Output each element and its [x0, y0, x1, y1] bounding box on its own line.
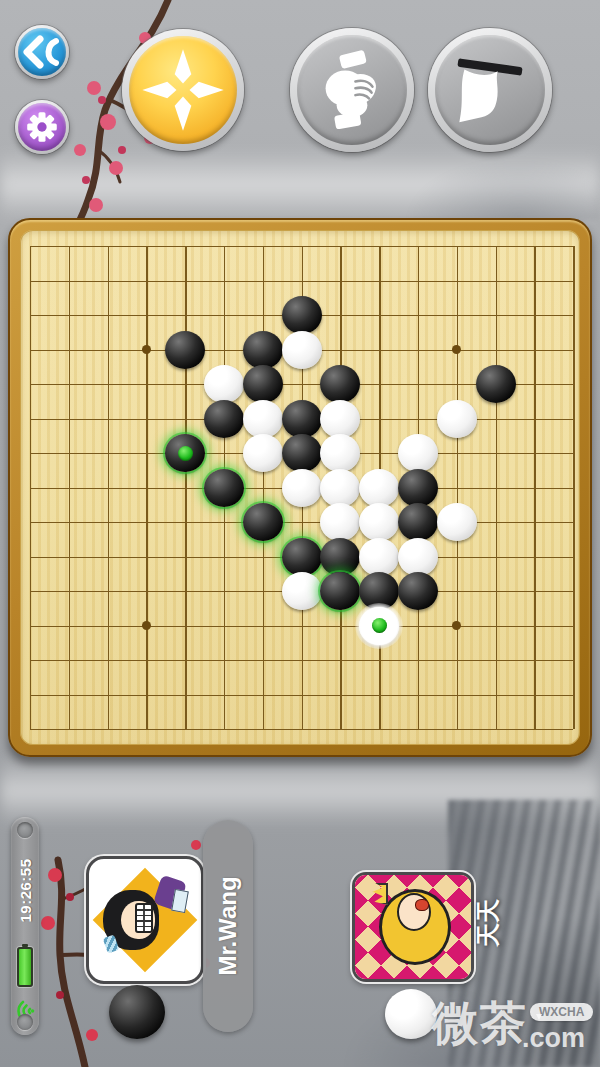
stone-white: [398, 538, 438, 576]
stone-white: [282, 469, 322, 507]
player1-avatar-art: [95, 870, 195, 970]
stone-black: [398, 572, 438, 610]
grid-line-vertical: [263, 246, 264, 729]
stone-white: [437, 400, 477, 438]
stone-white: [243, 434, 283, 472]
player2-name-wrap: 天天: [466, 895, 510, 951]
stone-black: [320, 365, 360, 403]
handshake-icon: [297, 35, 407, 145]
gear-icon: [18, 103, 66, 151]
settings-button[interactable]: [15, 100, 69, 154]
stone-black: [398, 469, 438, 507]
avatar-crown: [371, 883, 388, 905]
stone-black: [204, 400, 244, 438]
grid-line-vertical: [108, 246, 109, 729]
star-point: [452, 345, 461, 354]
watermark: 微茶 WXCHA .com: [430, 993, 600, 1059]
avatar-grin: [135, 903, 153, 933]
stone-white: [359, 469, 399, 507]
stone-white: [282, 331, 322, 369]
stone-white: [320, 434, 360, 472]
stone-white: [320, 469, 360, 507]
grid-line-horizontal: [30, 729, 573, 730]
watermark-badge: WXCHA: [530, 1003, 593, 1021]
last-move-marker: [178, 446, 193, 461]
player2-name: 天天: [472, 899, 504, 947]
grid-line-vertical: [69, 246, 70, 729]
clock: 19:26:55: [17, 858, 34, 922]
grid-line-vertical: [185, 246, 186, 729]
stone-black: [165, 434, 205, 472]
stone-white: [359, 503, 399, 541]
bar-hole-top: [17, 822, 33, 838]
stone-black: [204, 469, 244, 507]
stone-white: [243, 400, 283, 438]
stone-black: [320, 538, 360, 576]
player2-avatar[interactable]: [352, 872, 474, 982]
last-move-marker: [372, 618, 387, 633]
star-point: [142, 621, 151, 630]
star-point: [142, 345, 151, 354]
stone-black: [282, 296, 322, 334]
action-pad-button[interactable]: [122, 29, 244, 151]
grid-line-vertical: [30, 246, 31, 729]
resign-button[interactable]: [428, 28, 552, 152]
stone-white: [359, 607, 399, 645]
stone-white: [282, 572, 322, 610]
avatar-lips: [415, 899, 429, 911]
four-petal-cross-icon: [129, 36, 237, 144]
stone-black: [243, 331, 283, 369]
stone-white: [398, 434, 438, 472]
grid-line-vertical: [146, 246, 147, 729]
watermark-brand: 微茶: [432, 993, 528, 1055]
stone-black: [165, 331, 205, 369]
star-point: [452, 621, 461, 630]
stone-black: [320, 572, 360, 610]
board[interactable]: [8, 218, 592, 757]
player1-name: Mr.Wang: [214, 876, 242, 975]
draw-offer-button[interactable]: [290, 28, 414, 152]
grid-line-vertical: [457, 246, 458, 729]
watermark-suffix: .com: [522, 1023, 585, 1054]
status-bar: 19:26:55: [11, 817, 39, 1035]
stone-black: [398, 503, 438, 541]
grid-line-vertical: [496, 246, 497, 729]
stone-white: [320, 400, 360, 438]
stone-black: [243, 365, 283, 403]
stone-black: [243, 503, 283, 541]
avatar-face: [397, 893, 431, 931]
bar-hole-bottom: [17, 1014, 33, 1030]
board-grid: [10, 220, 590, 755]
stone-white: [320, 503, 360, 541]
stone-white: [204, 365, 244, 403]
stone-black: [282, 400, 322, 438]
grid-line-vertical: [573, 246, 574, 729]
grid-line-vertical: [534, 246, 535, 729]
player1-avatar[interactable]: [86, 856, 204, 984]
battery-icon: [17, 947, 33, 987]
screen: { "game": "gomoku", "board": { "size": 1…: [0, 0, 600, 1067]
stone-black: [282, 434, 322, 472]
stone-black: [476, 365, 516, 403]
player1-stone-black: [109, 985, 165, 1039]
stone-white: [437, 503, 477, 541]
back-button[interactable]: [15, 25, 69, 79]
player1-name-pill: Mr.Wang: [203, 820, 253, 1032]
stone-white: [359, 538, 399, 576]
stone-black: [282, 538, 322, 576]
player2-avatar-art: [363, 877, 463, 977]
back-icon: [18, 28, 66, 76]
white-flag-icon: [435, 35, 545, 145]
